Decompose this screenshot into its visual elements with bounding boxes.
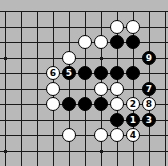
stone-black	[126, 35, 140, 49]
stone-white	[110, 20, 124, 34]
star-point	[100, 57, 103, 60]
star-point	[100, 150, 103, 153]
stone-white	[78, 35, 92, 49]
stone-white-move-2: 2	[126, 97, 140, 111]
stone-white	[46, 97, 60, 111]
stone-black	[62, 97, 76, 111]
stone-white-move-6: 6	[46, 66, 60, 80]
stone-black	[110, 66, 124, 80]
stone-black	[126, 66, 140, 80]
star-point	[4, 57, 7, 60]
stone-white	[62, 128, 76, 142]
go-board: 965728134	[0, 0, 168, 166]
stone-white	[110, 97, 124, 111]
stone-white	[110, 128, 124, 142]
stone-black	[78, 66, 92, 80]
grid-vline	[165, 11, 166, 166]
stone-white	[126, 20, 140, 34]
stone-black	[110, 113, 124, 127]
stone-white	[62, 51, 76, 65]
grid-hline	[0, 135, 168, 136]
grid-hline	[0, 27, 168, 28]
grid-hline	[0, 151, 168, 152]
star-point	[4, 150, 7, 153]
stone-black	[94, 97, 108, 111]
stone-white-move-4: 4	[126, 128, 140, 142]
grid-vline	[69, 11, 70, 166]
stone-black-move-1: 1	[126, 113, 140, 127]
stone-white	[110, 82, 124, 96]
scanned-go-diagram-page: 965728134	[0, 0, 168, 166]
stone-black	[94, 66, 108, 80]
grid-vline	[37, 11, 38, 166]
grid-vline	[21, 11, 22, 166]
stone-white	[94, 35, 108, 49]
grid-vline	[5, 11, 6, 166]
stone-black	[110, 35, 124, 49]
stone-black-move-5: 5	[62, 66, 76, 80]
stone-black-move-9: 9	[142, 51, 156, 65]
stone-black-move-7: 7	[142, 82, 156, 96]
stone-black	[78, 97, 92, 111]
stone-black-move-3: 3	[142, 113, 156, 127]
stone-white	[94, 82, 108, 96]
stone-white-move-8: 8	[142, 97, 156, 111]
stone-white	[94, 128, 108, 142]
grid-hline	[0, 11, 168, 12]
stone-white	[46, 82, 60, 96]
